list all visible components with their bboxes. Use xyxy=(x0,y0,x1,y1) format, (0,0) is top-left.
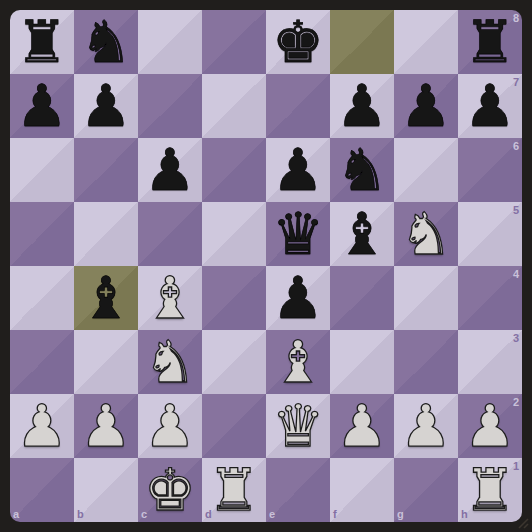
square-d7[interactable] xyxy=(202,74,266,138)
square-a6[interactable] xyxy=(10,138,74,202)
white-pawn[interactable]: ♟ xyxy=(138,394,202,458)
square-h3[interactable]: 3 xyxy=(458,330,522,394)
white-queen[interactable]: ♛ xyxy=(266,394,330,458)
square-g3[interactable] xyxy=(394,330,458,394)
square-f7[interactable]: ♟ xyxy=(330,74,394,138)
resize-handle-icon[interactable] xyxy=(516,516,530,530)
square-f3[interactable] xyxy=(330,330,394,394)
square-f8[interactable] xyxy=(330,10,394,74)
square-c7[interactable] xyxy=(138,74,202,138)
white-bishop[interactable]: ♝ xyxy=(266,330,330,394)
square-a1[interactable]: a xyxy=(10,458,74,522)
square-b3[interactable] xyxy=(74,330,138,394)
square-g8[interactable] xyxy=(394,10,458,74)
square-g5[interactable]: ♞ xyxy=(394,202,458,266)
square-e3[interactable]: ♝ xyxy=(266,330,330,394)
square-a3[interactable] xyxy=(10,330,74,394)
square-g2[interactable]: ♟ xyxy=(394,394,458,458)
white-pawn[interactable]: ♟ xyxy=(10,394,74,458)
black-bishop[interactable]: ♝ xyxy=(74,266,138,330)
square-h8[interactable]: ♜8 xyxy=(458,10,522,74)
square-h1[interactable]: ♜h1 xyxy=(458,458,522,522)
black-pawn[interactable]: ♟ xyxy=(266,266,330,330)
black-pawn[interactable]: ♟ xyxy=(74,74,138,138)
black-pawn[interactable]: ♟ xyxy=(10,74,74,138)
file-label-b: b xyxy=(77,509,84,520)
square-f1[interactable]: f xyxy=(330,458,394,522)
white-rook[interactable]: ♜ xyxy=(458,458,522,522)
square-h5[interactable]: 5 xyxy=(458,202,522,266)
white-rook[interactable]: ♜ xyxy=(202,458,266,522)
square-c2[interactable]: ♟ xyxy=(138,394,202,458)
square-h6[interactable]: 6 xyxy=(458,138,522,202)
white-pawn[interactable]: ♟ xyxy=(458,394,522,458)
square-b4[interactable]: ♝ xyxy=(74,266,138,330)
file-label-g: g xyxy=(397,509,404,520)
white-pawn[interactable]: ♟ xyxy=(330,394,394,458)
chess-board[interactable]: ♜♞♚♜8♟♟♟♟♟7♟♟♞6♛♝♞5♝♝♟4♞♝3♟♟♟♛♟♟♟2ab♚c♜d… xyxy=(10,10,522,522)
file-label-a: a xyxy=(13,509,19,520)
black-bishop[interactable]: ♝ xyxy=(330,202,394,266)
square-e5[interactable]: ♛ xyxy=(266,202,330,266)
square-d8[interactable] xyxy=(202,10,266,74)
black-rook[interactable]: ♜ xyxy=(458,10,522,74)
square-c8[interactable] xyxy=(138,10,202,74)
square-d3[interactable] xyxy=(202,330,266,394)
square-c5[interactable] xyxy=(138,202,202,266)
square-g4[interactable] xyxy=(394,266,458,330)
square-b1[interactable]: b xyxy=(74,458,138,522)
square-h2[interactable]: ♟2 xyxy=(458,394,522,458)
square-e4[interactable]: ♟ xyxy=(266,266,330,330)
file-label-f: f xyxy=(333,509,337,520)
square-d2[interactable] xyxy=(202,394,266,458)
white-bishop[interactable]: ♝ xyxy=(138,266,202,330)
square-f4[interactable] xyxy=(330,266,394,330)
white-pawn[interactable]: ♟ xyxy=(74,394,138,458)
square-b6[interactable] xyxy=(74,138,138,202)
square-c4[interactable]: ♝ xyxy=(138,266,202,330)
square-a4[interactable] xyxy=(10,266,74,330)
black-pawn[interactable]: ♟ xyxy=(138,138,202,202)
white-king[interactable]: ♚ xyxy=(138,458,202,522)
square-b7[interactable]: ♟ xyxy=(74,74,138,138)
square-d4[interactable] xyxy=(202,266,266,330)
square-a8[interactable]: ♜ xyxy=(10,10,74,74)
white-pawn[interactable]: ♟ xyxy=(394,394,458,458)
square-b2[interactable]: ♟ xyxy=(74,394,138,458)
black-pawn[interactable]: ♟ xyxy=(266,138,330,202)
black-knight[interactable]: ♞ xyxy=(330,138,394,202)
square-f5[interactable]: ♝ xyxy=(330,202,394,266)
square-e1[interactable]: e xyxy=(266,458,330,522)
square-e7[interactable] xyxy=(266,74,330,138)
square-c1[interactable]: ♚c xyxy=(138,458,202,522)
black-pawn[interactable]: ♟ xyxy=(330,74,394,138)
square-e2[interactable]: ♛ xyxy=(266,394,330,458)
square-d5[interactable] xyxy=(202,202,266,266)
rank-label-3: 3 xyxy=(513,333,519,344)
square-f2[interactable]: ♟ xyxy=(330,394,394,458)
square-b8[interactable]: ♞ xyxy=(74,10,138,74)
black-rook[interactable]: ♜ xyxy=(10,10,74,74)
file-label-e: e xyxy=(269,509,275,520)
black-king[interactable]: ♚ xyxy=(266,10,330,74)
black-queen[interactable]: ♛ xyxy=(266,202,330,266)
square-d1[interactable]: ♜d xyxy=(202,458,266,522)
square-a5[interactable] xyxy=(10,202,74,266)
white-knight[interactable]: ♞ xyxy=(138,330,202,394)
square-e6[interactable]: ♟ xyxy=(266,138,330,202)
rank-label-5: 5 xyxy=(513,205,519,216)
square-g7[interactable]: ♟ xyxy=(394,74,458,138)
black-knight[interactable]: ♞ xyxy=(74,10,138,74)
square-a7[interactable]: ♟ xyxy=(10,74,74,138)
square-g6[interactable] xyxy=(394,138,458,202)
square-h7[interactable]: ♟7 xyxy=(458,74,522,138)
square-f6[interactable]: ♞ xyxy=(330,138,394,202)
square-a2[interactable]: ♟ xyxy=(10,394,74,458)
square-b5[interactable] xyxy=(74,202,138,266)
black-pawn[interactable]: ♟ xyxy=(394,74,458,138)
page-background: { "game": "chess", "board_theme": "purpl… xyxy=(0,0,532,532)
square-g1[interactable]: g xyxy=(394,458,458,522)
square-d6[interactable] xyxy=(202,138,266,202)
square-h4[interactable]: 4 xyxy=(458,266,522,330)
rank-label-4: 4 xyxy=(513,269,519,280)
black-pawn[interactable]: ♟ xyxy=(458,74,522,138)
white-knight[interactable]: ♞ xyxy=(394,202,458,266)
square-c3[interactable]: ♞ xyxy=(138,330,202,394)
square-e8[interactable]: ♚ xyxy=(266,10,330,74)
rank-label-6: 6 xyxy=(513,141,519,152)
square-c6[interactable]: ♟ xyxy=(138,138,202,202)
